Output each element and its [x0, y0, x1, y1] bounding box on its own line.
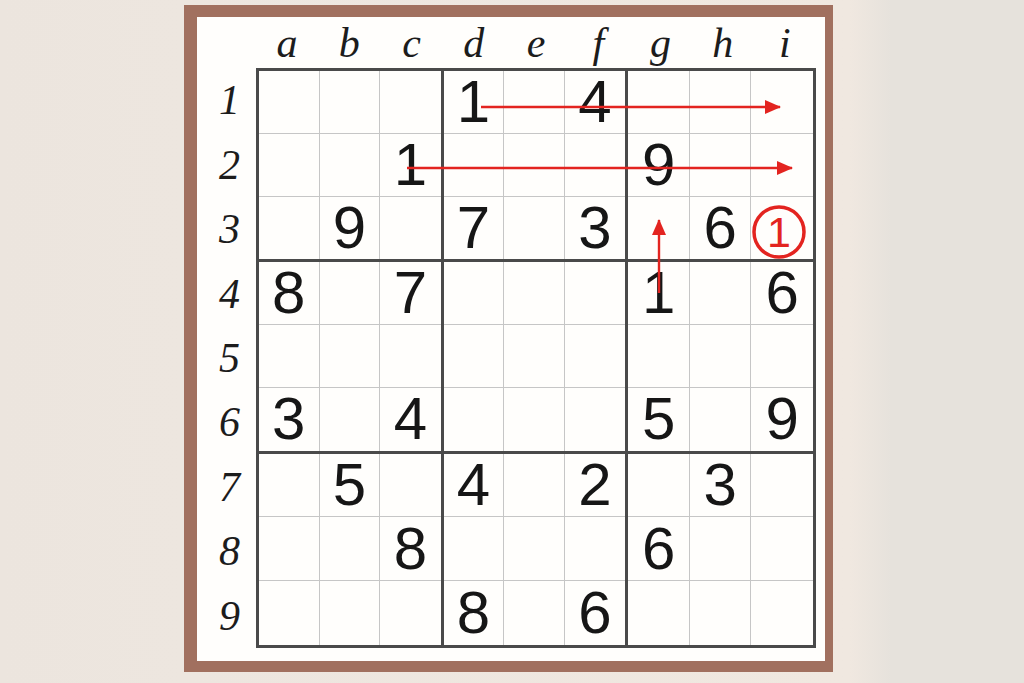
cell-h7[interactable]: 3 [690, 454, 752, 518]
column-label-h: h [712, 22, 733, 64]
cell-d7[interactable]: 4 [444, 454, 505, 518]
box-4: 8734 [259, 262, 444, 453]
column-label-d: d [463, 22, 484, 64]
cell-e4[interactable] [504, 262, 565, 325]
cell-c8[interactable]: 8 [380, 517, 441, 581]
box-3: 96 [628, 71, 813, 262]
cell-h2[interactable] [690, 134, 752, 197]
cell-d9[interactable]: 8 [444, 581, 505, 645]
cell-i7[interactable] [751, 454, 813, 518]
sudoku-board: 191473968734165958428636 [256, 68, 816, 648]
cell-i3[interactable] [751, 197, 813, 260]
cell-h5[interactable] [690, 325, 752, 388]
cell-d4[interactable] [444, 262, 505, 325]
given-digit: 4 [578, 72, 611, 132]
cell-c1[interactable] [380, 71, 441, 134]
given-digit: 3 [578, 198, 611, 258]
column-label-g: g [650, 22, 671, 64]
given-digit: 6 [703, 198, 736, 258]
given-digit: 1 [642, 263, 675, 323]
given-digit: 3 [272, 389, 305, 449]
cell-h6[interactable] [690, 388, 752, 451]
cell-i6[interactable]: 9 [751, 388, 813, 451]
cell-g9[interactable] [628, 581, 690, 645]
cell-f6[interactable] [565, 388, 626, 451]
cell-h8[interactable] [690, 517, 752, 581]
box-6: 1659 [628, 262, 813, 453]
cell-c4[interactable]: 7 [380, 262, 441, 325]
cell-a1[interactable] [259, 71, 320, 134]
cell-b9[interactable] [320, 581, 381, 645]
column-label-i: i [779, 22, 791, 64]
given-digit: 8 [394, 519, 427, 579]
given-digit: 9 [766, 389, 799, 449]
cell-e7[interactable] [504, 454, 565, 518]
cell-f5[interactable] [565, 325, 626, 388]
page-background: abcdefghi 123456789 19147396873416595842… [0, 0, 1024, 683]
cell-c5[interactable] [380, 325, 441, 388]
box-2: 1473 [444, 71, 629, 262]
given-digit: 1 [394, 135, 427, 195]
given-digit: 6 [578, 583, 611, 643]
cell-i9[interactable] [751, 581, 813, 645]
cell-i8[interactable] [751, 517, 813, 581]
column-label-e: e [527, 22, 546, 64]
cell-b4[interactable] [320, 262, 381, 325]
box-1: 19 [259, 71, 444, 262]
box-9: 36 [628, 454, 813, 645]
cell-f1[interactable]: 4 [565, 71, 626, 134]
cell-g6[interactable]: 5 [628, 388, 690, 451]
cell-f2[interactable] [565, 134, 626, 197]
cell-c3[interactable] [380, 197, 441, 260]
cell-e1[interactable] [504, 71, 565, 134]
cell-d1[interactable]: 1 [444, 71, 505, 134]
given-digit: 6 [642, 519, 675, 579]
given-digit: 8 [457, 583, 490, 643]
given-digit: 7 [394, 263, 427, 323]
cell-e8[interactable] [504, 517, 565, 581]
cell-c2[interactable]: 1 [380, 134, 441, 197]
box-5 [444, 262, 629, 453]
row-label-9: 9 [192, 584, 240, 648]
column-label-a: a [277, 22, 298, 64]
cell-e2[interactable] [504, 134, 565, 197]
cell-d2[interactable] [444, 134, 505, 197]
column-label-f: f [592, 22, 604, 64]
cell-g4[interactable]: 1 [628, 262, 690, 325]
cell-i2[interactable] [751, 134, 813, 197]
row-label-5: 5 [192, 326, 240, 390]
box-8: 4286 [444, 454, 629, 645]
cell-e5[interactable] [504, 325, 565, 388]
cell-h1[interactable] [690, 71, 752, 134]
given-digit: 8 [272, 263, 305, 323]
cell-b8[interactable] [320, 517, 381, 581]
cell-a7[interactable] [259, 454, 320, 518]
cell-d6[interactable] [444, 388, 505, 451]
given-digit: 1 [457, 72, 490, 132]
cell-h9[interactable] [690, 581, 752, 645]
row-label-2: 2 [192, 132, 240, 196]
cell-b2[interactable] [320, 134, 381, 197]
given-digit: 4 [394, 389, 427, 449]
cell-e6[interactable] [504, 388, 565, 451]
box-7: 58 [259, 454, 444, 645]
cell-f7[interactable]: 2 [565, 454, 626, 518]
cell-a5[interactable] [259, 325, 320, 388]
given-digit: 9 [642, 135, 675, 195]
cell-a6[interactable]: 3 [259, 388, 320, 451]
given-digit: 3 [703, 455, 736, 515]
row-label-8: 8 [192, 519, 240, 583]
given-digit: 9 [333, 198, 366, 258]
cell-d3[interactable]: 7 [444, 197, 505, 260]
cell-h4[interactable] [690, 262, 752, 325]
given-digit: 2 [578, 455, 611, 515]
row-label-6: 6 [192, 390, 240, 454]
given-digit: 4 [457, 455, 490, 515]
cell-h3[interactable]: 6 [690, 197, 752, 260]
cell-c9[interactable] [380, 581, 441, 645]
cell-g1[interactable] [628, 71, 690, 134]
cell-i5[interactable] [751, 325, 813, 388]
row-label-1: 1 [192, 68, 240, 132]
given-digit: 5 [333, 455, 366, 515]
given-digit: 5 [642, 389, 675, 449]
cell-a9[interactable] [259, 581, 320, 645]
row-label-7: 7 [192, 455, 240, 519]
cell-g8[interactable]: 6 [628, 517, 690, 581]
cell-e3[interactable] [504, 197, 565, 260]
cell-b3[interactable]: 9 [320, 197, 381, 260]
cell-b5[interactable] [320, 325, 381, 388]
cell-i1[interactable] [751, 71, 813, 134]
cell-f9[interactable]: 6 [565, 581, 626, 645]
cell-b1[interactable] [320, 71, 381, 134]
column-label-c: c [402, 22, 421, 64]
cell-c7[interactable] [380, 454, 441, 518]
given-digit: 7 [457, 198, 490, 258]
column-label-b: b [339, 22, 360, 64]
cell-g2[interactable]: 9 [628, 134, 690, 197]
cell-d5[interactable] [444, 325, 505, 388]
cell-f8[interactable] [565, 517, 626, 581]
given-digit: 6 [766, 263, 799, 323]
cell-a8[interactable] [259, 517, 320, 581]
cell-a4[interactable]: 8 [259, 262, 320, 325]
cell-f4[interactable] [565, 262, 626, 325]
row-label-3: 3 [192, 197, 240, 261]
row-label-4: 4 [192, 261, 240, 325]
cell-b7[interactable]: 5 [320, 454, 381, 518]
cell-c6[interactable]: 4 [380, 388, 441, 451]
cell-e9[interactable] [504, 581, 565, 645]
cell-g5[interactable] [628, 325, 690, 388]
cell-i4[interactable]: 6 [751, 262, 813, 325]
cell-d8[interactable] [444, 517, 505, 581]
cell-b6[interactable] [320, 388, 381, 451]
cell-a3[interactable] [259, 197, 320, 260]
cell-f3[interactable]: 3 [565, 197, 626, 260]
cell-a2[interactable] [259, 134, 320, 197]
cell-g3[interactable] [628, 197, 690, 260]
cell-g7[interactable] [628, 454, 690, 518]
